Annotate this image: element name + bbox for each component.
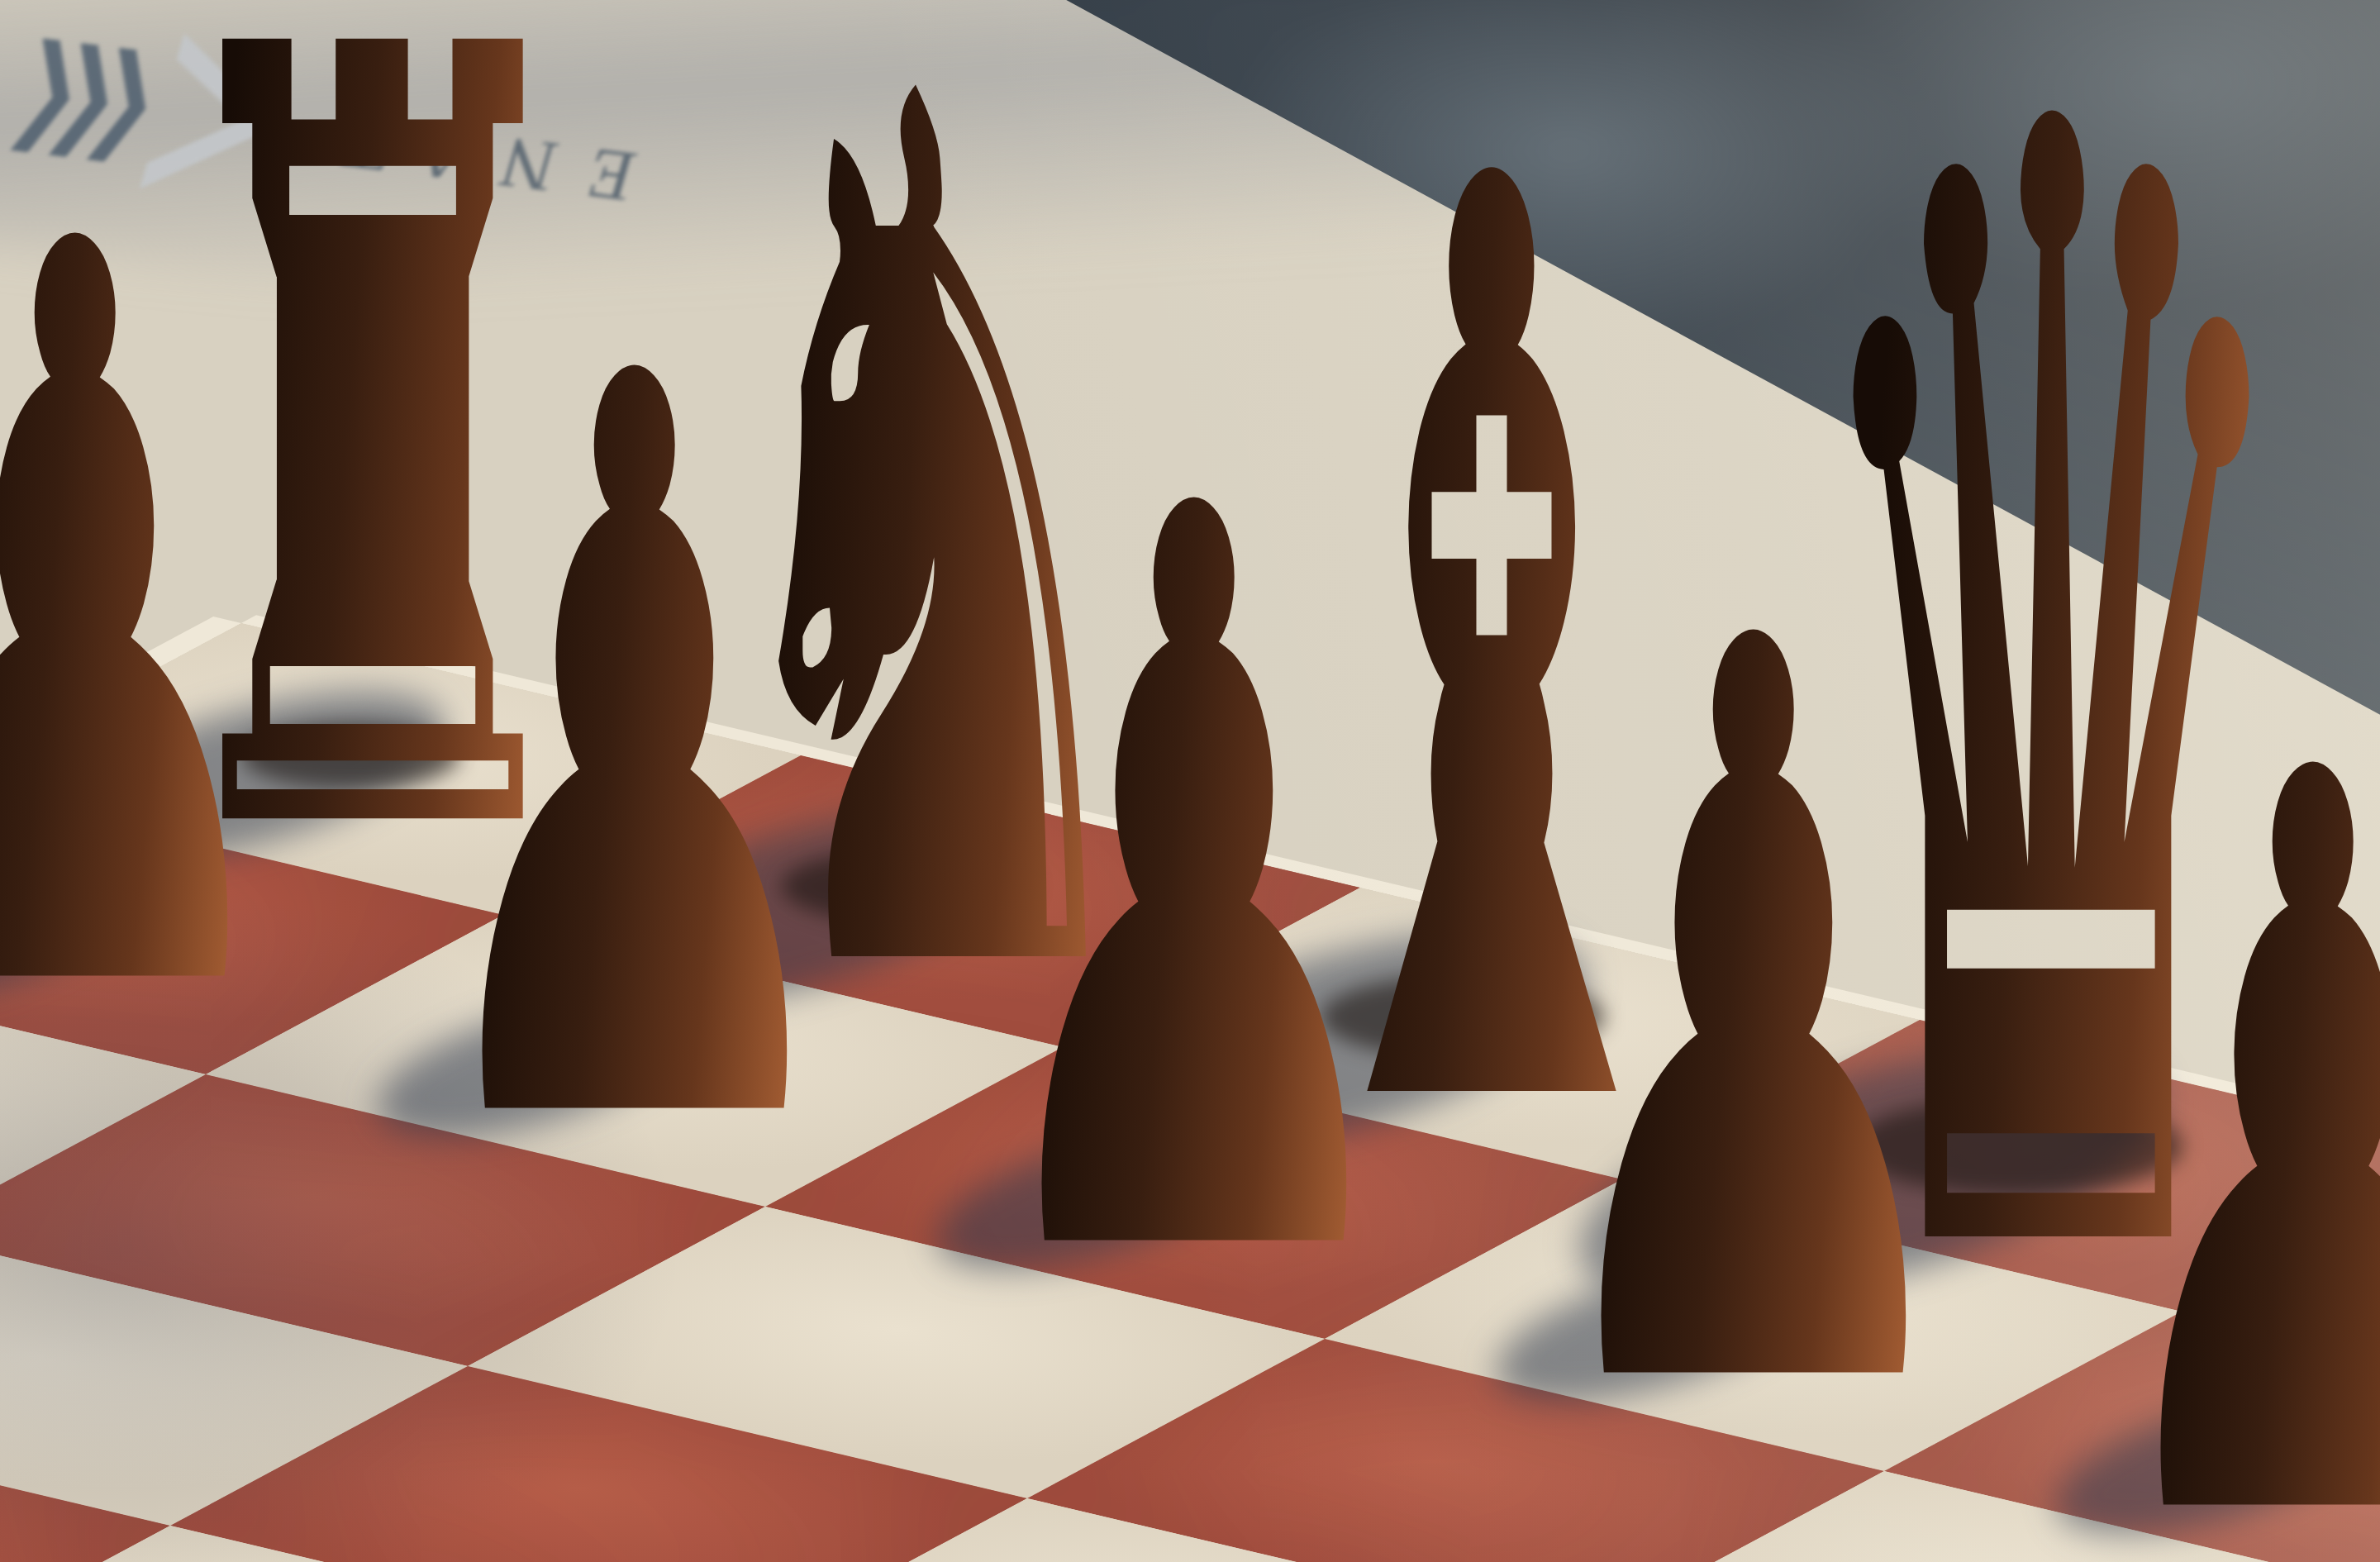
piece-pawn-d2[interactable]: ♟ (1526, 512, 1982, 1529)
piece-layer: ♜♞♝♛♟♟♟♟♟ (0, 0, 2380, 1562)
chess-photo-scene: ENAT < ❮ ❮ ❮ ♜♞♝♛♟♟♟♟♟ (0, 0, 2380, 1562)
piece-pawn-b2[interactable]: ♟ (407, 247, 863, 1264)
piece-pawn-c2[interactable]: ♟ (966, 379, 1422, 1397)
piece-pawn-e2[interactable]: ♟ (2085, 644, 2380, 1562)
piece-pawn-a2[interactable]: ♟ (0, 115, 302, 1132)
